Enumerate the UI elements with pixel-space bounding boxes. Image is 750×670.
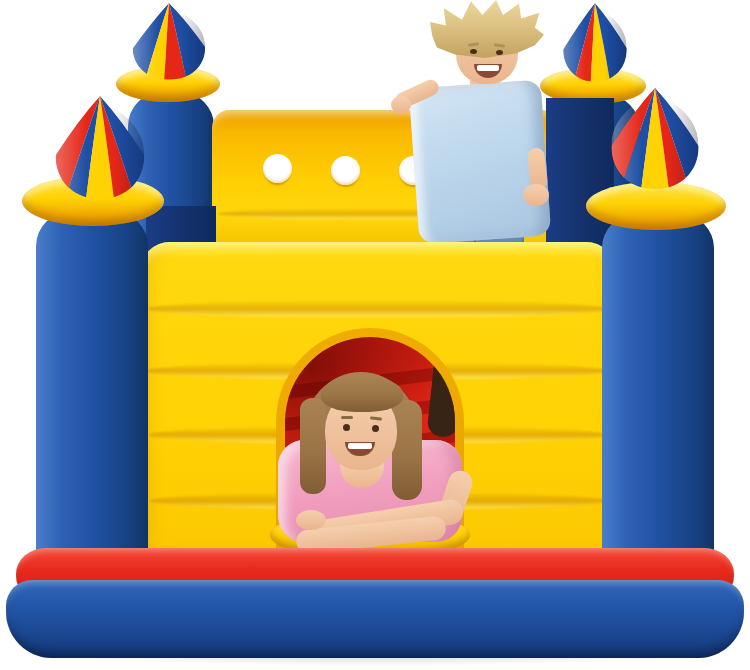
girl-teeth xyxy=(348,443,372,449)
boy-left-hand xyxy=(391,96,411,114)
girl-hand xyxy=(296,510,326,530)
girl-bangs xyxy=(321,376,403,412)
girl-left-brow xyxy=(341,416,353,419)
striped-dome-front-left xyxy=(40,92,160,202)
boy-right-hand xyxy=(523,184,549,206)
porthole-middle xyxy=(331,156,360,185)
porthole-left xyxy=(263,154,292,183)
girl-left-eye xyxy=(343,424,350,431)
boy-hair xyxy=(430,0,544,58)
front-wall-rib-1 xyxy=(148,300,608,318)
striped-dome-back-right xyxy=(552,0,638,84)
boy-right-eye xyxy=(496,50,503,55)
tower-column-front-left xyxy=(36,212,148,574)
girl-hair-strand-right xyxy=(392,400,422,500)
girl-right-eye xyxy=(372,425,379,432)
striped-dome-back-left xyxy=(120,0,218,82)
boy-left-eye xyxy=(470,49,477,54)
striped-dome-front-right xyxy=(596,84,714,192)
base-blue-ring xyxy=(6,580,744,658)
boy-teeth xyxy=(477,65,499,71)
product-photo xyxy=(0,0,750,670)
tower-column-front-right xyxy=(602,214,714,574)
girl-hair-strand-left xyxy=(300,398,326,494)
